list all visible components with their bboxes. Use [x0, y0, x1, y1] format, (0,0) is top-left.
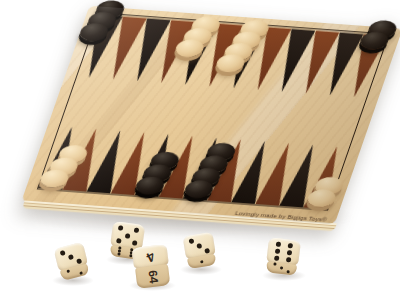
die-pip — [188, 239, 194, 245]
die-pip — [76, 258, 82, 264]
die-3 — [183, 232, 218, 269]
die-pip — [125, 233, 131, 239]
die-pip — [132, 240, 138, 246]
die-pip — [204, 248, 210, 254]
die-pip — [196, 243, 202, 249]
die-pip — [286, 257, 292, 263]
scene: Lovingly made by Bigjigs Toys® 464 — [0, 0, 400, 294]
die-pip — [79, 271, 83, 275]
die-pip — [287, 250, 293, 256]
die-pip — [275, 241, 281, 247]
die-4 — [265, 237, 301, 275]
die-pip — [68, 254, 74, 260]
die-pip — [280, 266, 283, 269]
die-pip — [274, 255, 280, 261]
doubling-cube-top-number: 4 — [144, 249, 157, 266]
die-pip — [273, 263, 276, 266]
die-pip — [116, 238, 122, 244]
die-pip — [200, 260, 203, 263]
die-pip — [67, 270, 71, 274]
die-pip — [287, 270, 290, 273]
die-pip — [288, 243, 294, 249]
die-pip — [274, 248, 280, 254]
doubling-cube-front-number: 64 — [145, 269, 161, 284]
branding-text: Lovingly made by Bigjigs Toys® — [234, 210, 328, 223]
die-pip — [118, 226, 124, 232]
doubling-cube: 464 — [132, 244, 172, 289]
die-pip — [117, 253, 120, 256]
die-1 — [53, 242, 90, 281]
die-pip — [134, 228, 140, 234]
die-pip — [59, 250, 65, 256]
die-front-face: 64 — [135, 264, 170, 289]
backgammon-board: Lovingly made by Bigjigs Toys® — [21, 6, 400, 225]
